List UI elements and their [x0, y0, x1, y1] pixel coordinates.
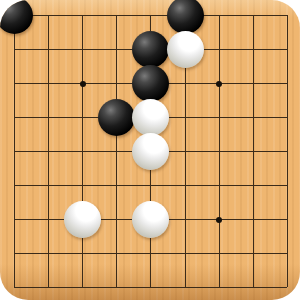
stone-black[interactable]	[132, 65, 169, 102]
grid-line-vertical	[253, 15, 254, 287]
star-point	[80, 81, 86, 87]
stone-white[interactable]	[132, 99, 169, 136]
stone-black[interactable]	[167, 0, 204, 34]
star-point	[216, 217, 222, 223]
grid-line-horizontal	[14, 253, 287, 254]
stone-white[interactable]	[64, 201, 101, 238]
grid-line-horizontal	[14, 287, 287, 288]
grid-line-vertical	[287, 15, 288, 287]
go-board[interactable]	[0, 0, 300, 300]
stone-black[interactable]	[98, 99, 135, 136]
stone-white[interactable]	[132, 201, 169, 238]
stone-white[interactable]	[132, 133, 169, 170]
stone-black[interactable]	[0, 0, 33, 34]
go-app-icon	[0, 0, 300, 300]
grid-line-vertical	[219, 15, 220, 287]
stone-black[interactable]	[132, 31, 169, 68]
star-point	[216, 81, 222, 87]
grid-line-horizontal	[14, 185, 287, 186]
stone-white[interactable]	[167, 31, 204, 68]
